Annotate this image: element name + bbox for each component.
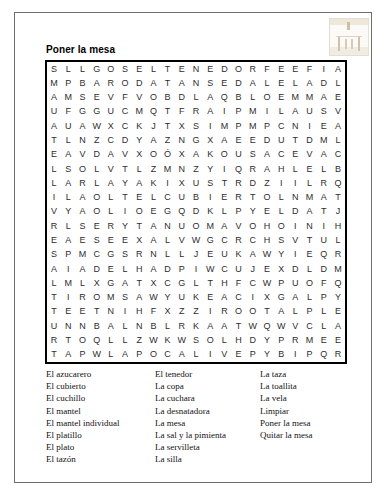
grid-cell: H xyxy=(331,219,345,233)
grid-cell: L xyxy=(246,91,260,105)
grid-cell: L xyxy=(161,233,175,247)
grid-cell: L xyxy=(288,162,302,176)
grid-cell: X xyxy=(161,305,175,319)
grid-cell: L xyxy=(317,162,331,176)
grid-cell: S xyxy=(118,291,132,305)
grid-cell: Y xyxy=(118,219,132,233)
grid-cell: U xyxy=(189,176,203,190)
grid-cell: T xyxy=(161,105,175,119)
photo-chair-shape xyxy=(351,39,353,48)
grid-cell: R xyxy=(331,348,345,362)
grid-cell: U xyxy=(61,119,75,133)
grid-cell: E xyxy=(331,333,345,347)
grid-cell: D xyxy=(302,133,316,147)
grid-cell: E xyxy=(47,233,61,247)
grid-cell: A xyxy=(47,91,61,105)
grid-cell: N xyxy=(189,76,203,90)
word-bank-item: La vela xyxy=(260,392,312,404)
word-bank-item: La taza xyxy=(260,368,312,380)
grid-cell: A xyxy=(47,262,61,276)
grid-cell: O xyxy=(246,219,260,233)
grid-cell: K xyxy=(203,205,217,219)
grid-cell: W xyxy=(203,262,217,276)
grid-cell: T xyxy=(317,205,331,219)
grid-cell: M xyxy=(47,76,61,90)
grid-cell: W xyxy=(90,119,104,133)
grid-cell: U xyxy=(302,105,316,119)
grid-cell: S xyxy=(189,333,203,347)
table-setting-photo xyxy=(330,19,368,55)
grid-cell: F xyxy=(61,105,75,119)
grid-cell: U xyxy=(175,219,189,233)
grid-cell: L xyxy=(61,191,75,205)
grid-cell: O xyxy=(75,162,89,176)
grid-cell: U xyxy=(288,276,302,290)
grid-cell: A xyxy=(75,191,89,205)
grid-cell: L xyxy=(331,76,345,90)
grid-cell: S xyxy=(246,148,260,162)
grid-cell: R xyxy=(288,333,302,347)
grid-cell: V xyxy=(75,148,89,162)
grid-cell: A xyxy=(246,76,260,90)
grid-cell: D xyxy=(288,262,302,276)
grid-cell: L xyxy=(90,162,104,176)
grid-cell: P xyxy=(302,305,316,319)
grid-cell: S xyxy=(118,62,132,76)
grid-cell: O xyxy=(90,191,104,205)
grid-cell: I xyxy=(118,305,132,319)
grid-cell: Z xyxy=(90,133,104,147)
grid-cell: L xyxy=(189,91,203,105)
word-search-grid: SLLGOSELTENEDORFEEFIAMPBARODATANSEDALELA… xyxy=(45,60,347,364)
grid-cell: L xyxy=(61,133,75,147)
grid-cell: U xyxy=(231,148,245,162)
grid-cell: E xyxy=(104,233,118,247)
grid-cell: A xyxy=(104,148,118,162)
grid-cell: M xyxy=(331,262,345,276)
grid-cell: G xyxy=(175,276,189,290)
grid-cell: A xyxy=(175,348,189,362)
grid-cell: I xyxy=(203,348,217,362)
grid-cell: B xyxy=(231,91,245,105)
grid-cell: A xyxy=(331,319,345,333)
grid-cell: F xyxy=(175,105,189,119)
grid-cell: I xyxy=(217,105,231,119)
grid-cell: W xyxy=(146,291,160,305)
grid-cell: L xyxy=(104,333,118,347)
grid-cell: G xyxy=(75,105,89,119)
grid-cell: L xyxy=(302,291,316,305)
grid-cell: C xyxy=(161,191,175,205)
grid-cell: E xyxy=(274,91,288,105)
word-bank-item: El cuchillo xyxy=(46,392,120,404)
grid-cell: I xyxy=(246,291,260,305)
grid-cell: V xyxy=(302,148,316,162)
grid-cell: P xyxy=(231,105,245,119)
grid-cell: I xyxy=(288,348,302,362)
grid-cell: Q xyxy=(317,248,331,262)
grid-cell: G xyxy=(274,291,288,305)
grid-cell: N xyxy=(189,62,203,76)
grid-cell: X xyxy=(175,176,189,190)
grid-cell: A xyxy=(118,348,132,362)
grid-cell: L xyxy=(274,105,288,119)
grid-cell: G xyxy=(203,233,217,247)
grid-cell: E xyxy=(118,233,132,247)
grid-cell: J xyxy=(189,248,203,262)
grid-cell: T xyxy=(47,133,61,147)
grid-cell: N xyxy=(132,319,146,333)
grid-cell: J xyxy=(146,119,160,133)
grid-cell: Z xyxy=(146,162,160,176)
grid-cell: X xyxy=(260,291,274,305)
grid-cell: V xyxy=(47,205,61,219)
grid-cell: L xyxy=(189,276,203,290)
grid-cell: A xyxy=(302,76,316,90)
grid-cell: Y xyxy=(331,291,345,305)
grid-cell: E xyxy=(203,291,217,305)
grid-cell: W xyxy=(90,348,104,362)
grid-cell: P xyxy=(231,205,245,219)
grid-cell: C xyxy=(104,133,118,147)
grid-cell: V xyxy=(331,105,345,119)
grid-cell: A xyxy=(331,62,345,76)
grid-cell: K xyxy=(189,291,203,305)
grid-cell: E xyxy=(90,219,104,233)
grid-cell: T xyxy=(203,276,217,290)
grid-cell: F xyxy=(317,276,331,290)
grid-cell: X xyxy=(175,119,189,133)
grid-cell: D xyxy=(189,205,203,219)
grid-cell: L xyxy=(274,191,288,205)
grid-cell: O xyxy=(274,219,288,233)
grid-cell: A xyxy=(146,262,160,276)
grid-cell: N xyxy=(302,219,316,233)
grid-cell: O xyxy=(231,305,245,319)
grid-cell: E xyxy=(132,62,146,76)
grid-cell: Z xyxy=(132,333,146,347)
grid-cell: R xyxy=(189,105,203,119)
grid-cell: R xyxy=(132,248,146,262)
grid-cell: X xyxy=(274,262,288,276)
grid-cell: X xyxy=(175,148,189,162)
grid-cell: C xyxy=(217,233,231,247)
grid-cell: O xyxy=(231,62,245,76)
word-bank-item: El mantel xyxy=(46,405,120,417)
grid-cell: V xyxy=(217,348,231,362)
grid-cell: E xyxy=(288,62,302,76)
grid-cell: I xyxy=(203,305,217,319)
grid-cell: C xyxy=(118,119,132,133)
grid-cell: N xyxy=(175,133,189,147)
grid-cell: J xyxy=(246,262,260,276)
grid-cell: L xyxy=(118,262,132,276)
grid-cell: B xyxy=(274,348,288,362)
grid-cell: S xyxy=(203,76,217,90)
grid-cell: G xyxy=(90,105,104,119)
grid-cell: T xyxy=(61,333,75,347)
word-bank-item: La servilleta xyxy=(155,441,226,453)
grid-cell: D xyxy=(217,62,231,76)
grid-cell: I xyxy=(317,62,331,76)
grid-cell: A xyxy=(61,176,75,190)
grid-cell: M xyxy=(75,248,89,262)
grid-cell: S xyxy=(75,91,89,105)
grid-cell: S xyxy=(75,219,89,233)
grid-cell: A xyxy=(118,276,132,290)
grid-cell: V xyxy=(231,219,245,233)
grid-cell: X xyxy=(104,119,118,133)
grid-cell: T xyxy=(47,291,61,305)
grid-cell: C xyxy=(161,348,175,362)
grid-cell: L xyxy=(75,276,89,290)
grid-cell: T xyxy=(132,219,146,233)
grid-cell: C xyxy=(118,105,132,119)
grid-cell: L xyxy=(47,162,61,176)
word-bank-item: La silla xyxy=(155,453,226,465)
grid-cell: E xyxy=(217,191,231,205)
grid-cell: B xyxy=(189,191,203,205)
grid-cell: Y xyxy=(132,133,146,147)
grid-cell: K xyxy=(189,319,203,333)
grid-cell: L xyxy=(132,162,146,176)
grid-cell: O xyxy=(260,191,274,205)
grid-cell: C xyxy=(217,262,231,276)
grid-cell: M xyxy=(61,276,75,290)
grid-cell: D xyxy=(231,76,245,90)
grid-cell: O xyxy=(146,91,160,105)
grid-cell: C xyxy=(231,291,245,305)
grid-cell: L xyxy=(317,319,331,333)
grid-cell: D xyxy=(317,262,331,276)
grid-cell: D xyxy=(118,133,132,147)
grid-cell: A xyxy=(75,262,89,276)
grid-cell: Z xyxy=(260,176,274,190)
grid-cell: R xyxy=(104,219,118,233)
grid-cell: F xyxy=(302,62,316,76)
grid-cell: R xyxy=(175,319,189,333)
grid-cell: W xyxy=(274,319,288,333)
grid-cell: Ó xyxy=(161,148,175,162)
word-bank-item: Limpiar xyxy=(260,405,312,417)
grid-cell: M xyxy=(61,91,75,105)
grid-cell: A xyxy=(260,148,274,162)
grid-cell: L xyxy=(118,333,132,347)
word-bank-column: La tazaLa toallitaLa velaLimpiarPoner la… xyxy=(260,368,312,441)
grid-cell: T xyxy=(132,276,146,290)
grid-cell: Z xyxy=(175,305,189,319)
grid-cell: S xyxy=(61,162,75,176)
grid-cell: N xyxy=(61,319,75,333)
grid-cell: P xyxy=(175,262,189,276)
grid-cell: C xyxy=(331,148,345,162)
grid-cell: L xyxy=(75,62,89,76)
grid-cell: H xyxy=(231,333,245,347)
grid-cell: W xyxy=(146,333,160,347)
grid-cell: N xyxy=(75,133,89,147)
grid-cell: L xyxy=(161,248,175,262)
grid-cell: R xyxy=(246,162,260,176)
grid-cell: I xyxy=(288,219,302,233)
grid-cell: A xyxy=(246,248,260,262)
grid-cell: X xyxy=(90,276,104,290)
grid-cell: A xyxy=(317,191,331,205)
grid-cell: L xyxy=(288,305,302,319)
grid-cell: L xyxy=(274,205,288,219)
word-bank-item: El cubierto xyxy=(46,380,120,392)
grid-cell: P xyxy=(317,291,331,305)
grid-cell: I xyxy=(118,205,132,219)
grid-cell: T xyxy=(260,305,274,319)
grid-cell: Y xyxy=(274,248,288,262)
grid-cell: P xyxy=(132,348,146,362)
grid-cell: H xyxy=(260,219,274,233)
grid-cell: M xyxy=(217,119,231,133)
grid-cell: M xyxy=(302,91,316,105)
grid-cell: E xyxy=(104,262,118,276)
grid-cell: C xyxy=(246,233,260,247)
grid-cell: T xyxy=(331,191,345,205)
grid-cell: E xyxy=(175,62,189,76)
grid-cell: T xyxy=(217,176,231,190)
grid-cell: F xyxy=(146,305,160,319)
grid-cell: H xyxy=(132,262,146,276)
grid-cell: G xyxy=(161,205,175,219)
grid-cell: E xyxy=(288,148,302,162)
grid-cell: T xyxy=(118,162,132,176)
word-bank-item: La desnatadora xyxy=(155,405,226,417)
grid-cell: B xyxy=(331,162,345,176)
grid-cell: E xyxy=(75,305,89,319)
grid-cell: T xyxy=(47,305,61,319)
grid-cell: A xyxy=(302,205,316,219)
grid-cell: L xyxy=(146,62,160,76)
grid-cell: Y xyxy=(246,205,260,219)
grid-cell: V xyxy=(104,162,118,176)
grid-cell: L xyxy=(161,319,175,333)
grid-cell: I xyxy=(61,262,75,276)
word-bank-item: El platillo xyxy=(46,429,120,441)
grid-cell: E xyxy=(231,133,245,147)
word-bank-item: El plato xyxy=(46,441,120,453)
grid-cell: Q xyxy=(260,319,274,333)
grid-cell: O xyxy=(118,76,132,90)
grid-cell: L xyxy=(104,191,118,205)
grid-cell: Y xyxy=(118,176,132,190)
grid-cell: L xyxy=(104,348,118,362)
grid-cell: L xyxy=(61,219,75,233)
grid-cell: M xyxy=(203,219,217,233)
grid-cell: D xyxy=(246,333,260,347)
grid-cell: U xyxy=(175,291,189,305)
grid-cell: L xyxy=(288,76,302,90)
grid-cell: O xyxy=(90,205,104,219)
grid-cell: I xyxy=(288,176,302,190)
grid-cell: F xyxy=(260,62,274,76)
grid-cell: R xyxy=(75,176,89,190)
grid-cell: T xyxy=(231,319,245,333)
grid-cell: O xyxy=(146,348,160,362)
grid-cell: L xyxy=(61,62,75,76)
grid-cell: L xyxy=(146,191,160,205)
grid-cell: N xyxy=(104,305,118,319)
grid-cell: U xyxy=(47,105,61,119)
grid-cell: Q xyxy=(317,348,331,362)
grid-cell: L xyxy=(302,176,316,190)
grid-cell: T xyxy=(118,191,132,205)
grid-cell: R xyxy=(246,62,260,76)
grid-cell: I xyxy=(317,219,331,233)
grid-cell: L xyxy=(217,333,231,347)
photo-lamp-shape xyxy=(347,22,350,30)
grid-cell: E xyxy=(260,205,274,219)
grid-cell: F xyxy=(118,91,132,105)
grid-cell: T xyxy=(161,119,175,133)
grid-cell: T xyxy=(302,233,316,247)
grid-cell: I xyxy=(47,191,61,205)
grid-cell: R xyxy=(47,333,61,347)
grid-cell: A xyxy=(47,119,61,133)
grid-cell: L xyxy=(302,262,316,276)
grid-cell: A xyxy=(217,291,231,305)
grid-cell: S xyxy=(317,105,331,119)
grid-cell: W xyxy=(189,233,203,247)
grid-cell: E xyxy=(331,305,345,319)
grid-cell: A xyxy=(132,176,146,190)
grid-cell: A xyxy=(217,133,231,147)
grid-cell: A xyxy=(317,91,331,105)
grid-cell: W xyxy=(260,248,274,262)
grid-cell: M xyxy=(246,119,260,133)
photo-table-leg xyxy=(358,37,360,51)
grid-cell: A xyxy=(203,319,217,333)
grid-cell: J xyxy=(331,205,345,219)
grid-cell: W xyxy=(175,333,189,347)
grid-cell: S xyxy=(47,248,61,262)
grid-cell: O xyxy=(217,148,231,162)
grid-cell: I xyxy=(274,176,288,190)
grid-cell: V xyxy=(118,148,132,162)
grid-cell: L xyxy=(118,319,132,333)
photo-chair-shape xyxy=(345,39,347,48)
grid-cell: L xyxy=(189,348,203,362)
grid-cell: D xyxy=(317,76,331,90)
grid-cell: M xyxy=(104,291,118,305)
grid-cell: C xyxy=(274,148,288,162)
grid-cell: T xyxy=(47,348,61,362)
grid-cell: O xyxy=(246,305,260,319)
grid-cell: Q xyxy=(331,176,345,190)
grid-cell: T xyxy=(161,76,175,90)
grid-cell: Q xyxy=(90,333,104,347)
grid-cell: Y xyxy=(260,333,274,347)
word-bank-item: El mantel individual xyxy=(46,417,120,429)
grid-cell: A xyxy=(217,319,231,333)
grid-cell: P xyxy=(246,348,260,362)
word-bank-item: La mesa xyxy=(155,417,226,429)
grid-cell: M xyxy=(317,133,331,147)
grid-cell: A xyxy=(104,319,118,333)
grid-cell: E xyxy=(217,76,231,90)
grid-cell: L xyxy=(104,205,118,219)
word-bank-item: El tenedor xyxy=(155,368,226,380)
grid-cell: V xyxy=(175,233,189,247)
grid-cell: A xyxy=(260,162,274,176)
grid-cell: R xyxy=(104,76,118,90)
grid-cell: H xyxy=(132,305,146,319)
grid-cell: T xyxy=(288,133,302,147)
grid-cell: K xyxy=(231,248,245,262)
